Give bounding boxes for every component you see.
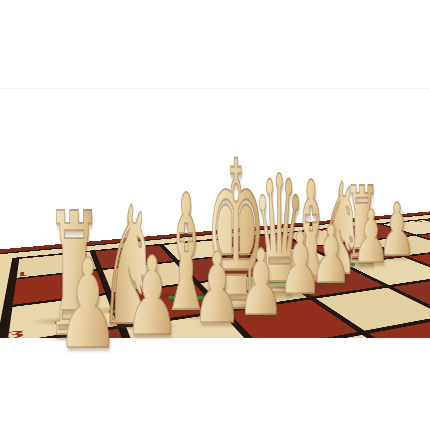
pawn-glyph: ♟ [278,222,321,307]
rank-label: 3 [1,314,26,338]
pawn-glyph: ♟ [192,242,242,339]
rank-label: 1 [13,263,30,286]
rank-labels: 12345 [0,263,36,338]
pawn-glyph: ♟ [124,242,179,350]
rank-label: 2 [8,285,28,317]
pawn-glyph: ♟ [238,238,284,328]
chess-set-photo: hgfedcba 12345 ♜♞♝♚♛♝♞♜♟♟♟♟♟♟♟♟ [0,0,430,430]
pawn-glyph: ♟ [57,243,120,366]
